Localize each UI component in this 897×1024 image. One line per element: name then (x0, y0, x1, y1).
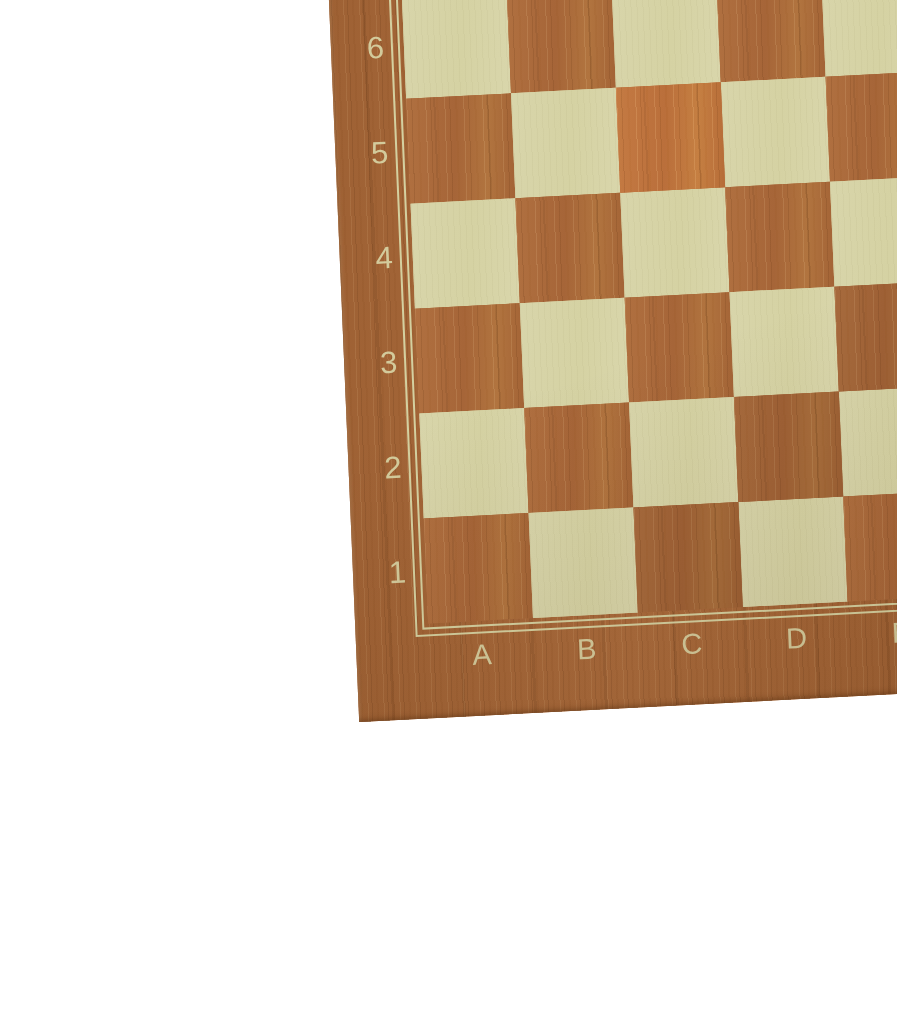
square-c1 (633, 502, 742, 612)
product-photo-background: 87654321 ABCDEFGH (0, 0, 897, 1024)
board-outer-pinstripe (379, 0, 897, 637)
square-a2 (419, 408, 528, 518)
square-a5 (406, 93, 515, 203)
rank-label-4: 4 (338, 205, 400, 313)
file-label-d: D (743, 616, 850, 661)
rank-label-1: 1 (351, 519, 413, 627)
square-c5 (616, 82, 725, 192)
square-b2 (524, 403, 633, 513)
square-e5 (826, 71, 897, 181)
file-label-c: C (638, 622, 745, 667)
rank-label-5: 5 (333, 100, 395, 208)
square-c4 (620, 187, 729, 297)
file-label-e: E (848, 611, 897, 656)
square-e1 (843, 491, 897, 601)
square-d6 (716, 0, 825, 82)
file-label-a: A (429, 633, 536, 678)
square-c6 (611, 0, 720, 88)
square-a4 (411, 198, 520, 308)
square-a6 (402, 0, 511, 99)
square-b5 (511, 88, 620, 198)
file-label-b: B (534, 627, 641, 672)
rank-label-2: 2 (346, 414, 408, 522)
square-a3 (415, 303, 524, 413)
square-b3 (520, 298, 629, 408)
square-e4 (830, 176, 897, 286)
square-d1 (738, 496, 847, 606)
square-b4 (515, 193, 624, 303)
square-d3 (730, 287, 839, 397)
rank-label-3: 3 (342, 309, 404, 417)
square-b6 (507, 0, 616, 93)
board-inner-pinstripe (387, 0, 897, 630)
square-d2 (734, 392, 843, 502)
square-e2 (839, 386, 897, 496)
rank-label-6: 6 (329, 0, 391, 103)
square-c2 (629, 397, 738, 507)
square-e3 (834, 281, 897, 391)
square-d4 (725, 182, 834, 292)
chess-board: 87654321 ABCDEFGH (317, 0, 897, 722)
square-c3 (625, 292, 734, 402)
board-grid (393, 0, 897, 623)
square-b1 (529, 507, 638, 617)
square-d5 (721, 77, 830, 187)
square-e6 (821, 0, 897, 77)
square-a1 (424, 513, 533, 623)
